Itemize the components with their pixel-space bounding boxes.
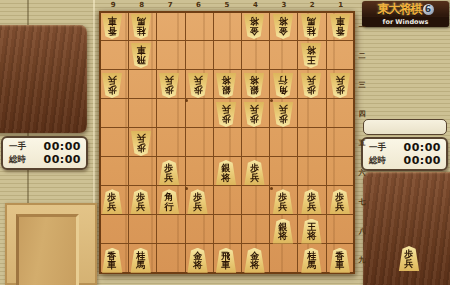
file-coordinate-labels: 987654321 xyxy=(99,0,355,10)
logo-subtitle: for Windows xyxy=(362,17,449,27)
file-label: 5 xyxy=(213,0,241,10)
move-time-label: 一手 xyxy=(369,142,386,154)
gote-piece-stand[interactable] xyxy=(0,25,87,133)
file-label: 3 xyxy=(270,0,298,10)
sente-clock-panel: 一手 00:00 総時 00:00 xyxy=(361,137,448,171)
sente-name-plate xyxy=(363,119,447,135)
rank-label: 三 xyxy=(357,80,367,90)
total-time-value: 00:00 xyxy=(43,153,81,166)
app-logo: 東大将棋 6 for Windows xyxy=(362,1,449,27)
total-time-label: 総時 xyxy=(369,155,386,167)
file-label: 6 xyxy=(184,0,212,10)
logo-version-badge: 6 xyxy=(423,4,434,15)
rank-label: 七 xyxy=(357,197,367,207)
file-label: 9 xyxy=(99,0,127,10)
rank-label: 五 xyxy=(357,138,367,148)
piece-box xyxy=(5,203,97,285)
rank-label: 九 xyxy=(357,255,367,265)
file-label: 2 xyxy=(298,0,326,10)
hoshi-dot xyxy=(185,99,188,102)
total-time-value: 00:00 xyxy=(403,154,441,167)
move-time-label: 一手 xyxy=(9,141,26,153)
move-time-value: 00:00 xyxy=(43,140,81,153)
shogi-app-window: 987654321 一手 00:00 総時 00:00 東大将棋 6 for W… xyxy=(0,0,450,285)
hoshi-dot xyxy=(185,187,188,190)
total-time-label: 総時 xyxy=(9,154,26,166)
move-time-value: 00:00 xyxy=(403,141,441,154)
hoshi-dot xyxy=(270,187,273,190)
rank-label: 四 xyxy=(357,109,367,119)
piece-box-interior xyxy=(16,214,79,285)
rank-label: 八 xyxy=(357,226,367,236)
rank-label: 二 xyxy=(357,51,367,61)
logo-title: 東大将棋 xyxy=(378,1,422,18)
file-label: 7 xyxy=(156,0,184,10)
rank-label: 六 xyxy=(357,168,367,178)
rank-label: 一 xyxy=(357,22,367,32)
file-label: 1 xyxy=(327,0,355,10)
gote-clock-panel: 一手 00:00 総時 00:00 xyxy=(1,136,88,170)
file-label: 4 xyxy=(241,0,269,10)
file-label: 8 xyxy=(127,0,155,10)
